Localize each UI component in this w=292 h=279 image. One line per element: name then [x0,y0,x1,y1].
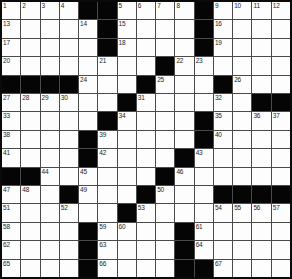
black-cell-r5-c4 [60,76,78,93]
white-cell-r5-c7[interactable] [118,76,136,93]
clue-number: 15 [119,20,126,27]
clue-number: 22 [176,57,183,64]
white-cell-r2-c12[interactable]: 16 [214,20,232,37]
clue-number: 50 [157,186,164,193]
white-cell-r12-c8[interactable]: 53 [137,204,155,221]
white-cell-r5-c15[interactable] [272,76,290,93]
white-cell-r11-c10[interactable] [175,186,193,203]
white-cell-r9-c9[interactable] [156,149,174,166]
clue-number: 6 [138,2,141,9]
black-cell-r5-c2 [21,76,39,93]
white-cell-r3-c4[interactable] [60,39,78,56]
white-cell-r7-c7[interactable]: 34 [118,112,136,129]
white-cell-r2-c8[interactable] [137,20,155,37]
white-cell-r4-c10[interactable]: 22 [175,57,193,74]
clue-number: 47 [3,186,10,193]
white-cell-r7-c12[interactable]: 35 [214,112,232,129]
white-cell-r7-c8[interactable] [137,112,155,129]
white-cell-r11-c11[interactable] [195,186,213,203]
white-cell-r12-c9[interactable] [156,204,174,221]
white-cell-r1-c10[interactable]: 8 [175,2,193,19]
white-cell-r13-c6[interactable]: 59 [98,223,116,240]
clue-number: 12 [273,2,280,9]
white-cell-r8-c9[interactable] [156,131,174,148]
white-cell-r4-c4[interactable] [60,57,78,74]
white-cell-r8-c12[interactable]: 40 [214,131,232,148]
clue-number: 60 [119,223,126,230]
black-cell-r6-c14 [252,94,270,111]
white-cell-r7-c13[interactable] [233,112,251,129]
white-cell-r2-c13[interactable] [233,20,251,37]
white-cell-r12-c10[interactable] [175,204,193,221]
clue-number: 66 [99,260,106,267]
white-cell-r8-c15[interactable] [272,131,290,148]
white-cell-r9-c11[interactable]: 43 [195,149,213,166]
white-cell-r10-c12[interactable] [214,168,232,185]
white-cell-r13-c9[interactable] [156,223,174,240]
clue-number: 44 [42,168,49,175]
white-cell-r3-c8[interactable] [137,39,155,56]
clue-number: 11 [253,2,259,9]
white-cell-r5-c10[interactable] [175,76,193,93]
clue-number: 48 [22,186,29,193]
white-cell-r13-c2[interactable] [21,223,39,240]
white-cell-r7-c1[interactable]: 33 [2,112,20,129]
black-cell-r1-c5 [79,2,97,19]
white-cell-r3-c7[interactable]: 18 [118,39,136,56]
white-cell-r15-c7[interactable] [118,260,136,277]
white-cell-r12-c11[interactable] [195,204,213,221]
black-cell-r14-c10 [175,241,193,258]
white-cell-r8-c7[interactable] [118,131,136,148]
white-cell-r14-c12[interactable] [214,241,232,258]
white-cell-r10-c13[interactable] [233,168,251,185]
white-cell-r14-c3[interactable] [41,241,59,258]
clue-number: 42 [99,149,106,156]
white-cell-r15-c15[interactable] [272,260,290,277]
white-cell-r8-c14[interactable] [252,131,270,148]
white-cell-r4-c11[interactable]: 23 [195,57,213,74]
white-cell-r9-c12[interactable] [214,149,232,166]
clue-number: 61 [196,223,203,230]
white-cell-r3-c10[interactable] [175,39,193,56]
clue-number: 18 [119,39,126,46]
black-cell-r11-c8 [137,186,155,203]
white-cell-r9-c15[interactable] [272,149,290,166]
white-cell-r13-c1[interactable]: 58 [2,223,20,240]
white-cell-r4-c1[interactable]: 20 [2,57,20,74]
white-cell-r4-c7[interactable] [118,57,136,74]
clue-number: 23 [196,57,203,64]
black-cell-r1-c11 [195,2,213,19]
white-cell-r7-c4[interactable] [60,112,78,129]
white-cell-r3-c1[interactable]: 17 [2,39,20,56]
clue-number: 64 [196,241,203,248]
white-cell-r10-c11[interactable] [195,168,213,185]
white-cell-r10-c4[interactable] [60,168,78,185]
white-cell-r14-c8[interactable] [137,241,155,258]
white-cell-r8-c10[interactable] [175,131,193,148]
black-cell-r5-c12 [214,76,232,93]
white-cell-r6-c13[interactable] [233,94,251,111]
white-cell-r8-c2[interactable] [21,131,39,148]
clue-number: 30 [61,94,68,101]
white-cell-r12-c4[interactable]: 52 [60,204,78,221]
clue-number: 67 [215,260,222,267]
clue-number: 55 [234,204,241,211]
white-cell-r7-c2[interactable] [21,112,39,129]
black-cell-r15-c5 [79,260,97,277]
white-cell-r12-c6[interactable] [98,204,116,221]
white-cell-r9-c8[interactable] [137,149,155,166]
clue-number: 51 [3,204,10,211]
white-cell-r6-c1[interactable]: 27 [2,94,20,111]
clue-number: 59 [99,223,106,230]
white-cell-r4-c5[interactable] [79,57,97,74]
black-cell-r11-c14 [252,186,270,203]
black-cell-r11-c4 [60,186,78,203]
clue-number: 14 [80,20,87,27]
white-cell-r6-c12[interactable]: 32 [214,94,232,111]
white-cell-r1-c13[interactable]: 10 [233,2,251,19]
clue-number: 39 [99,131,106,138]
clue-number: 49 [80,186,87,193]
white-cell-r8-c13[interactable] [233,131,251,148]
black-cell-r15-c10 [175,260,193,277]
white-cell-r7-c15[interactable]: 37 [272,112,290,129]
white-cell-r2-c10[interactable] [175,20,193,37]
white-cell-r7-c14[interactable]: 36 [252,112,270,129]
black-cell-r10-c2 [21,168,39,185]
black-cell-r11-c15 [272,186,290,203]
black-cell-r8-c5 [79,131,97,148]
white-cell-r9-c2[interactable] [21,149,39,166]
clue-number: 13 [3,20,10,27]
black-cell-r10-c1 [2,168,20,185]
white-cell-r8-c3[interactable] [41,131,59,148]
clue-number: 54 [215,204,222,211]
white-cell-r13-c14[interactable] [252,223,270,240]
clue-number: 46 [176,168,183,175]
clue-number: 10 [234,2,241,9]
black-cell-r4-c9 [156,57,174,74]
black-cell-r6-c15 [272,94,290,111]
white-cell-r1-c4[interactable]: 4 [60,2,78,19]
white-cell-r3-c15[interactable] [272,39,290,56]
white-cell-r5-c9[interactable]: 25 [156,76,174,93]
white-cell-r1-c3[interactable]: 3 [41,2,59,19]
white-cell-r3-c9[interactable] [156,39,174,56]
black-cell-r11-c13 [233,186,251,203]
clue-number: 8 [176,2,179,9]
clue-number: 4 [61,2,64,9]
white-cell-r6-c3[interactable]: 29 [41,94,59,111]
white-cell-r5-c14[interactable] [252,76,270,93]
white-cell-r10-c15[interactable] [272,168,290,185]
clue-number: 41 [3,149,10,156]
white-cell-r6-c11[interactable] [195,94,213,111]
white-cell-r9-c6[interactable]: 42 [98,149,116,166]
white-cell-r13-c3[interactable] [41,223,59,240]
white-cell-r14-c15[interactable] [272,241,290,258]
white-cell-r15-c1[interactable]: 65 [2,260,20,277]
white-cell-r10-c14[interactable] [252,168,270,185]
white-cell-r1-c14[interactable]: 11 [252,2,270,19]
white-cell-r15-c4[interactable] [60,260,78,277]
white-cell-r9-c3[interactable] [41,149,59,166]
white-cell-r5-c13[interactable]: 26 [233,76,251,93]
clue-number: 20 [3,57,10,64]
white-cell-r1-c8[interactable]: 6 [137,2,155,19]
white-cell-r2-c15[interactable] [272,20,290,37]
clue-number: 27 [3,94,10,101]
black-cell-r10-c9 [156,168,174,185]
clue-number: 28 [22,94,29,101]
white-cell-r6-c4[interactable]: 30 [60,94,78,111]
black-cell-r14-c5 [79,241,97,258]
clue-number: 56 [253,204,260,211]
white-cell-r4-c2[interactable] [21,57,39,74]
white-cell-r6-c10[interactable] [175,94,193,111]
white-cell-r6-c6[interactable] [98,94,116,111]
black-cell-r1-c6 [98,2,116,19]
white-cell-r11-c5[interactable]: 49 [79,186,97,203]
white-cell-r11-c2[interactable]: 48 [21,186,39,203]
white-cell-r15-c2[interactable] [21,260,39,277]
white-cell-r9-c1[interactable]: 41 [2,149,20,166]
white-cell-r10-c7[interactable] [118,168,136,185]
white-cell-r4-c6[interactable]: 21 [98,57,116,74]
white-cell-r5-c11[interactable] [195,76,213,93]
clue-number: 7 [157,2,160,9]
clue-number: 2 [22,2,25,9]
black-cell-r13-c5 [79,223,97,240]
white-cell-r12-c5[interactable] [79,204,97,221]
white-cell-r4-c13[interactable] [233,57,251,74]
clue-number: 45 [80,168,87,175]
white-cell-r13-c8[interactable] [137,223,155,240]
white-cell-r3-c13[interactable] [233,39,251,56]
crossword-grid: 1234567891011121314151617181920212223242… [0,0,292,279]
white-cell-r11-c7[interactable] [118,186,136,203]
clue-number: 5 [119,2,122,9]
clue-number: 29 [42,94,49,101]
black-cell-r7-c11 [195,112,213,129]
white-cell-r11-c6[interactable] [98,186,116,203]
white-cell-r9-c4[interactable] [60,149,78,166]
clue-number: 21 [99,57,106,64]
white-cell-r15-c13[interactable] [233,260,251,277]
white-cell-r4-c12[interactable] [214,57,232,74]
white-cell-r6-c8[interactable]: 31 [137,94,155,111]
clue-number: 25 [157,76,164,83]
clue-number: 35 [215,112,222,119]
black-cell-r3-c11 [195,39,213,56]
white-cell-r4-c3[interactable] [41,57,59,74]
clue-number: 31 [138,94,145,101]
black-cell-r12-c7 [118,204,136,221]
white-cell-r13-c11[interactable]: 61 [195,223,213,240]
black-cell-r5-c3 [41,76,59,93]
white-cell-r15-c9[interactable] [156,260,174,277]
clue-number: 43 [196,149,203,156]
black-cell-r8-c11 [195,131,213,148]
white-cell-r1-c1[interactable]: 1 [2,2,20,19]
white-cell-r10-c8[interactable] [137,168,155,185]
white-cell-r15-c14[interactable] [252,260,270,277]
black-cell-r13-c10 [175,223,193,240]
white-cell-r6-c9[interactable] [156,94,174,111]
white-cell-r2-c1[interactable]: 13 [2,20,20,37]
white-cell-r14-c1[interactable]: 62 [2,241,20,258]
white-cell-r15-c8[interactable] [137,260,155,277]
white-cell-r2-c9[interactable] [156,20,174,37]
white-cell-r12-c3[interactable] [41,204,59,221]
clue-number: 58 [3,223,10,230]
white-cell-r6-c2[interactable]: 28 [21,94,39,111]
white-cell-r3-c2[interactable] [21,39,39,56]
clue-number: 16 [215,20,222,27]
white-cell-r14-c7[interactable] [118,241,136,258]
white-cell-r12-c13[interactable]: 55 [233,204,251,221]
white-cell-r6-c5[interactable] [79,94,97,111]
white-cell-r11-c1[interactable]: 47 [2,186,20,203]
white-cell-r5-c6[interactable] [98,76,116,93]
clue-number: 17 [3,39,10,46]
white-cell-r8-c6[interactable]: 39 [98,131,116,148]
clue-number: 24 [80,76,87,83]
white-cell-r11-c9[interactable]: 50 [156,186,174,203]
white-cell-r12-c14[interactable]: 56 [252,204,270,221]
white-cell-r1-c7[interactable]: 5 [118,2,136,19]
white-cell-r4-c8[interactable] [137,57,155,74]
clue-number: 33 [3,112,10,119]
white-cell-r14-c13[interactable] [233,241,251,258]
white-cell-r1-c2[interactable]: 2 [21,2,39,19]
white-cell-r14-c9[interactable] [156,241,174,258]
white-cell-r2-c2[interactable] [21,20,39,37]
white-cell-r8-c1[interactable]: 38 [2,131,20,148]
white-cell-r10-c6[interactable] [98,168,116,185]
white-cell-r9-c13[interactable] [233,149,251,166]
white-cell-r15-c12[interactable]: 67 [214,260,232,277]
clue-number: 57 [273,204,280,211]
white-cell-r2-c3[interactable] [41,20,59,37]
white-cell-r2-c4[interactable] [60,20,78,37]
clue-number: 34 [119,112,126,119]
white-cell-r3-c5[interactable] [79,39,97,56]
white-cell-r14-c11[interactable]: 64 [195,241,213,258]
black-cell-r9-c10 [175,149,193,166]
white-cell-r5-c5[interactable]: 24 [79,76,97,93]
clue-number: 26 [234,76,241,83]
clue-number: 63 [99,241,106,248]
clue-number: 19 [215,39,222,46]
white-cell-r13-c4[interactable] [60,223,78,240]
clue-number: 1 [3,2,6,9]
white-cell-r14-c2[interactable] [21,241,39,258]
black-cell-r2-c6 [98,20,116,37]
white-cell-r10-c5[interactable]: 45 [79,168,97,185]
white-cell-r9-c14[interactable] [252,149,270,166]
black-cell-r5-c1 [2,76,20,93]
white-cell-r8-c8[interactable] [137,131,155,148]
clue-number: 62 [3,241,10,248]
white-cell-r3-c12[interactable]: 19 [214,39,232,56]
clue-number: 3 [42,2,45,9]
white-cell-r15-c6[interactable]: 66 [98,260,116,277]
white-cell-r12-c1[interactable]: 51 [2,204,20,221]
white-cell-r3-c3[interactable] [41,39,59,56]
white-cell-r7-c10[interactable] [175,112,193,129]
white-cell-r13-c12[interactable] [214,223,232,240]
white-cell-r7-c5[interactable] [79,112,97,129]
white-cell-r2-c7[interactable]: 15 [118,20,136,37]
white-cell-r3-c14[interactable] [252,39,270,56]
white-cell-r13-c15[interactable] [272,223,290,240]
white-cell-r12-c2[interactable] [21,204,39,221]
white-cell-r7-c3[interactable] [41,112,59,129]
white-cell-r14-c4[interactable] [60,241,78,258]
white-cell-r12-c12[interactable]: 54 [214,204,232,221]
white-cell-r11-c3[interactable] [41,186,59,203]
white-cell-r7-c9[interactable] [156,112,174,129]
clue-number: 53 [138,204,145,211]
white-cell-r2-c14[interactable] [252,20,270,37]
white-cell-r8-c4[interactable] [60,131,78,148]
white-cell-r13-c7[interactable]: 60 [118,223,136,240]
clue-number: 36 [253,112,260,119]
white-cell-r4-c14[interactable] [252,57,270,74]
black-cell-r6-c7 [118,94,136,111]
black-cell-r15-c11 [195,260,213,277]
white-cell-r4-c15[interactable] [272,57,290,74]
black-cell-r5-c8 [137,76,155,93]
clue-number: 38 [3,131,10,138]
white-cell-r14-c6[interactable]: 63 [98,241,116,258]
black-cell-r2-c11 [195,20,213,37]
clue-number: 37 [273,112,280,119]
clue-number: 40 [215,131,222,138]
clue-number: 52 [61,204,68,211]
white-cell-r15-c3[interactable] [41,260,59,277]
clue-number: 32 [215,94,222,101]
white-cell-r2-c5[interactable]: 14 [79,20,97,37]
white-cell-r12-c15[interactable]: 57 [272,204,290,221]
white-cell-r9-c7[interactable] [118,149,136,166]
black-cell-r11-c12 [214,186,232,203]
white-cell-r10-c3[interactable]: 44 [41,168,59,185]
black-cell-r7-c6 [98,112,116,129]
white-cell-r10-c10[interactable]: 46 [175,168,193,185]
white-cell-r13-c13[interactable] [233,223,251,240]
white-cell-r1-c12[interactable]: 9 [214,2,232,19]
black-cell-r9-c5 [79,149,97,166]
white-cell-r14-c14[interactable] [252,241,270,258]
clue-number: 65 [3,260,10,267]
clue-number: 9 [215,2,218,9]
white-cell-r1-c15[interactable]: 12 [272,2,290,19]
black-cell-r3-c6 [98,39,116,56]
white-cell-r1-c9[interactable]: 7 [156,2,174,19]
